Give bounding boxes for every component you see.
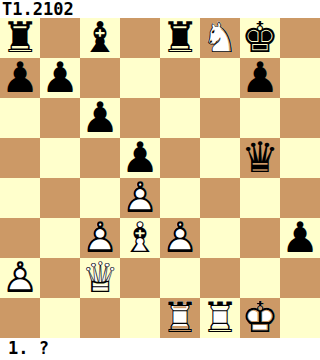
piece-black-rook[interactable]: ♜ xyxy=(0,18,40,58)
square-e2[interactable] xyxy=(160,258,200,298)
piece-white-king[interactable]: ♚♔ xyxy=(240,298,280,338)
piece-black-pawn[interactable]: ♟ xyxy=(280,218,320,258)
square-h7[interactable] xyxy=(280,58,320,98)
piece-glyph-outline: ♗ xyxy=(120,218,160,258)
square-a5[interactable] xyxy=(0,138,40,178)
piece-black-pawn[interactable]: ♟ xyxy=(80,98,120,138)
piece-white-bishop[interactable]: ♝♗ xyxy=(120,218,160,258)
square-g8[interactable]: ♚ xyxy=(240,18,280,58)
piece-glyph: ♟ xyxy=(40,58,80,98)
piece-glyph: ♚ xyxy=(240,18,280,58)
square-a2[interactable]: ♟♙ xyxy=(0,258,40,298)
piece-glyph-outline: ♕ xyxy=(80,258,120,298)
piece-black-rook[interactable]: ♜ xyxy=(160,18,200,58)
square-h4[interactable] xyxy=(280,178,320,218)
square-b6[interactable] xyxy=(40,98,80,138)
square-d4[interactable]: ♟♙ xyxy=(120,178,160,218)
piece-white-knight[interactable]: ♞♘ xyxy=(200,18,240,58)
square-c1[interactable] xyxy=(80,298,120,338)
piece-glyph: ♛ xyxy=(240,138,280,178)
piece-white-rook[interactable]: ♜♖ xyxy=(200,298,240,338)
square-f7[interactable] xyxy=(200,58,240,98)
piece-glyph: ♟ xyxy=(0,58,40,98)
square-c3[interactable]: ♟♙ xyxy=(80,218,120,258)
piece-white-rook[interactable]: ♜♖ xyxy=(160,298,200,338)
piece-glyph: ♝ xyxy=(80,18,120,58)
square-h2[interactable] xyxy=(280,258,320,298)
piece-glyph-outline: ♙ xyxy=(160,218,200,258)
piece-white-pawn[interactable]: ♟♙ xyxy=(80,218,120,258)
square-f6[interactable] xyxy=(200,98,240,138)
square-d3[interactable]: ♝♗ xyxy=(120,218,160,258)
piece-glyph-outline: ♔ xyxy=(240,298,280,338)
square-b3[interactable] xyxy=(40,218,80,258)
piece-glyph-outline: ♙ xyxy=(0,258,40,298)
square-a3[interactable] xyxy=(0,218,40,258)
square-f3[interactable] xyxy=(200,218,240,258)
piece-glyph: ♟ xyxy=(120,138,160,178)
square-a7[interactable]: ♟ xyxy=(0,58,40,98)
square-e5[interactable] xyxy=(160,138,200,178)
square-e4[interactable] xyxy=(160,178,200,218)
piece-white-pawn[interactable]: ♟♙ xyxy=(120,178,160,218)
square-g1[interactable]: ♚♔ xyxy=(240,298,280,338)
square-b2[interactable] xyxy=(40,258,80,298)
square-f8[interactable]: ♞♘ xyxy=(200,18,240,58)
piece-black-pawn[interactable]: ♟ xyxy=(120,138,160,178)
square-g2[interactable] xyxy=(240,258,280,298)
piece-glyph-outline: ♖ xyxy=(200,298,240,338)
piece-black-bishop[interactable]: ♝ xyxy=(80,18,120,58)
piece-glyph: ♟ xyxy=(80,98,120,138)
square-d1[interactable] xyxy=(120,298,160,338)
square-c5[interactable] xyxy=(80,138,120,178)
square-f5[interactable] xyxy=(200,138,240,178)
piece-glyph-outline: ♖ xyxy=(160,298,200,338)
square-g4[interactable] xyxy=(240,178,280,218)
square-b5[interactable] xyxy=(40,138,80,178)
piece-glyph-outline: ♘ xyxy=(200,18,240,58)
square-h8[interactable] xyxy=(280,18,320,58)
square-e6[interactable] xyxy=(160,98,200,138)
square-g3[interactable] xyxy=(240,218,280,258)
square-e1[interactable]: ♜♖ xyxy=(160,298,200,338)
square-g5[interactable]: ♛ xyxy=(240,138,280,178)
square-d5[interactable]: ♟ xyxy=(120,138,160,178)
square-f2[interactable] xyxy=(200,258,240,298)
square-h6[interactable] xyxy=(280,98,320,138)
piece-black-pawn[interactable]: ♟ xyxy=(40,58,80,98)
piece-glyph-outline: ♙ xyxy=(120,178,160,218)
square-a6[interactable] xyxy=(0,98,40,138)
square-c8[interactable]: ♝ xyxy=(80,18,120,58)
piece-black-king[interactable]: ♚ xyxy=(240,18,280,58)
square-c2[interactable]: ♛♕ xyxy=(80,258,120,298)
square-h3[interactable]: ♟ xyxy=(280,218,320,258)
piece-white-queen[interactable]: ♛♕ xyxy=(80,258,120,298)
square-e7[interactable] xyxy=(160,58,200,98)
piece-glyph: ♜ xyxy=(160,18,200,58)
square-f1[interactable]: ♜♖ xyxy=(200,298,240,338)
square-d8[interactable] xyxy=(120,18,160,58)
square-c4[interactable] xyxy=(80,178,120,218)
square-h1[interactable] xyxy=(280,298,320,338)
square-b4[interactable] xyxy=(40,178,80,218)
piece-black-queen[interactable]: ♛ xyxy=(240,138,280,178)
piece-glyph: ♟ xyxy=(280,218,320,258)
chess-board: ♜♝♜♞♘♚♟♟♟♟♟♛♟♙♟♙♝♗♟♙♟♟♙♛♕♜♖♜♖♚♔ xyxy=(0,18,320,338)
square-c6[interactable]: ♟ xyxy=(80,98,120,138)
piece-black-pawn[interactable]: ♟ xyxy=(240,58,280,98)
square-g7[interactable]: ♟ xyxy=(240,58,280,98)
move-prompt: 1. ? xyxy=(8,338,49,360)
square-d7[interactable] xyxy=(120,58,160,98)
square-a1[interactable] xyxy=(0,298,40,338)
piece-glyph: ♟ xyxy=(240,58,280,98)
piece-white-pawn[interactable]: ♟♙ xyxy=(160,218,200,258)
piece-glyph: ♜ xyxy=(0,18,40,58)
square-d6[interactable] xyxy=(120,98,160,138)
square-d2[interactable] xyxy=(120,258,160,298)
square-a8[interactable]: ♜ xyxy=(0,18,40,58)
piece-white-pawn[interactable]: ♟♙ xyxy=(0,258,40,298)
piece-black-pawn[interactable]: ♟ xyxy=(0,58,40,98)
square-b7[interactable]: ♟ xyxy=(40,58,80,98)
square-e8[interactable]: ♜ xyxy=(160,18,200,58)
square-g6[interactable] xyxy=(240,98,280,138)
square-c7[interactable] xyxy=(80,58,120,98)
square-h5[interactable] xyxy=(280,138,320,178)
square-b8[interactable] xyxy=(40,18,80,58)
square-f4[interactable] xyxy=(200,178,240,218)
piece-glyph-outline: ♙ xyxy=(80,218,120,258)
square-e3[interactable]: ♟♙ xyxy=(160,218,200,258)
square-a4[interactable] xyxy=(0,178,40,218)
square-b1[interactable] xyxy=(40,298,80,338)
